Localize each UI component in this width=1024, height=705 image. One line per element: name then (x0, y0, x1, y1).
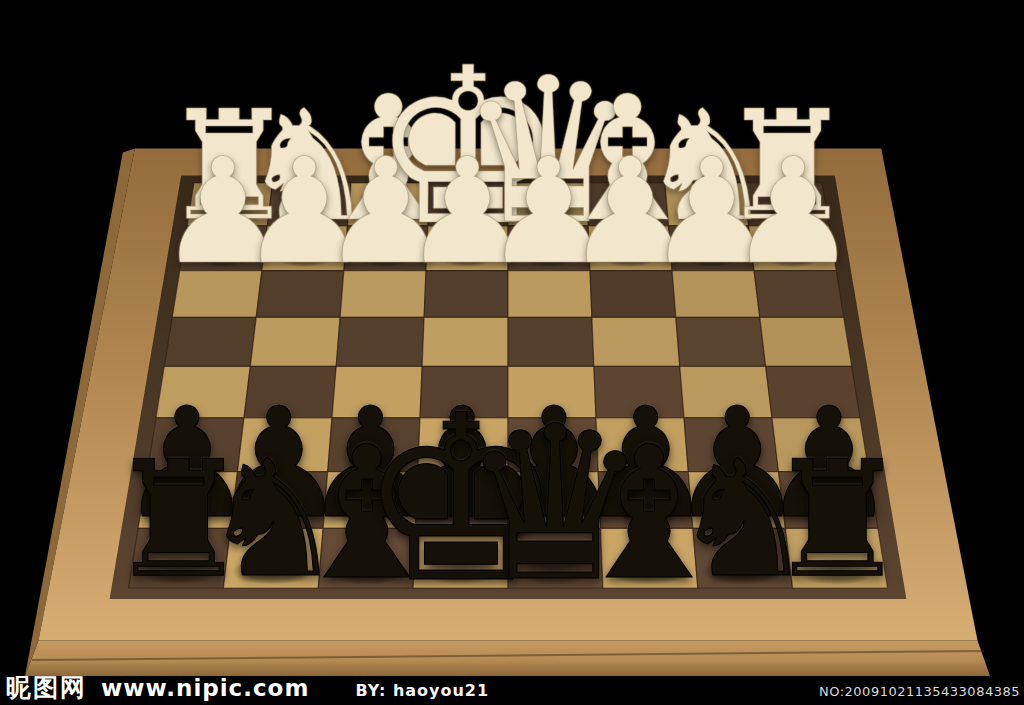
watermark-url: www.nipic.com (101, 675, 309, 701)
nipic-logo: 昵图网 (6, 671, 87, 704)
piece-white-pawn-a2[interactable]: ♟ (728, 139, 859, 285)
watermark-byline: BY: haoyou21 (355, 681, 489, 700)
photo-stage: ♜♞♝♚♛♝♞♜♟♟♟♟♟♟♟♟♟♟♟♟♟♟♟♟♜♞♝♚♛♝♞♜ 昵图网 www… (0, 0, 1024, 705)
watermark: 昵图网 www.nipic.com BY: haoyou21 (6, 671, 489, 704)
serial-number: NO:20091021135433084385 (819, 684, 1020, 699)
pieces-layer: ♜♞♝♚♛♝♞♜♟♟♟♟♟♟♟♟♟♟♟♟♟♟♟♟♜♞♝♚♛♝♞♜ (0, 0, 1024, 705)
piece-black-rook-a8[interactable]: ♜ (766, 441, 909, 601)
